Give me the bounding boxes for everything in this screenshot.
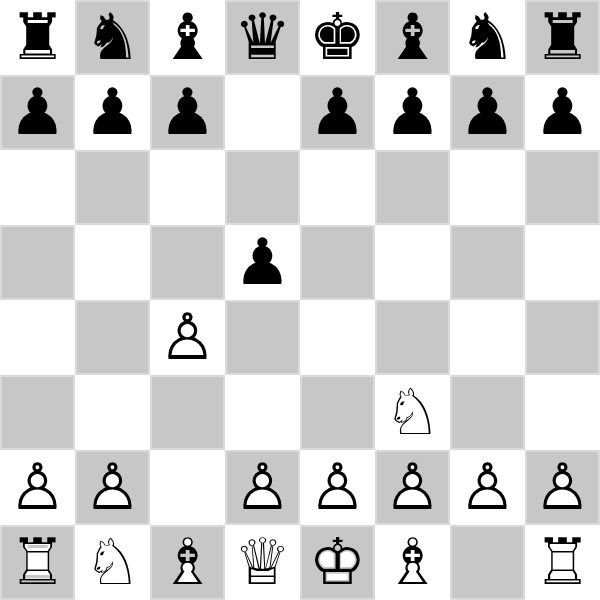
square-g6[interactable] (450, 150, 525, 225)
square-g4[interactable] (450, 300, 525, 375)
square-c1[interactable]: ♝♗ (150, 525, 225, 600)
piece-black-pawn[interactable]: ♟ (525, 75, 600, 150)
square-h5[interactable] (525, 225, 600, 300)
white-piece-outline: ♙ (450, 450, 525, 525)
square-d7[interactable] (225, 75, 300, 150)
piece-white-pawn[interactable]: ♟♙ (75, 450, 150, 525)
square-h8[interactable]: ♜ (525, 0, 600, 75)
piece-black-king[interactable]: ♚ (300, 0, 375, 75)
white-piece-outline: ♗ (150, 525, 225, 600)
piece-black-knight[interactable]: ♞ (75, 0, 150, 75)
square-c4[interactable]: ♟♙ (150, 300, 225, 375)
piece-black-pawn[interactable]: ♟ (0, 75, 75, 150)
piece-black-rook[interactable]: ♜ (525, 0, 600, 75)
square-a1[interactable]: ♜♖ (0, 525, 75, 600)
square-e2[interactable]: ♟♙ (300, 450, 375, 525)
square-b6[interactable] (75, 150, 150, 225)
square-d3[interactable] (225, 375, 300, 450)
square-g8[interactable]: ♞ (450, 0, 525, 75)
piece-black-queen[interactable]: ♛ (225, 0, 300, 75)
square-f7[interactable]: ♟ (375, 75, 450, 150)
square-f6[interactable] (375, 150, 450, 225)
square-f3[interactable]: ♞♘ (375, 375, 450, 450)
square-a2[interactable]: ♟♙ (0, 450, 75, 525)
piece-white-pawn[interactable]: ♟♙ (225, 450, 300, 525)
piece-black-bishop[interactable]: ♝ (150, 0, 225, 75)
square-d5[interactable]: ♟ (225, 225, 300, 300)
square-f5[interactable] (375, 225, 450, 300)
square-b3[interactable] (75, 375, 150, 450)
piece-white-queen[interactable]: ♛♕ (225, 525, 300, 600)
piece-white-knight[interactable]: ♞♘ (375, 375, 450, 450)
square-g3[interactable] (450, 375, 525, 450)
white-piece-outline: ♖ (525, 525, 600, 600)
square-g7[interactable]: ♟ (450, 75, 525, 150)
square-f4[interactable] (375, 300, 450, 375)
white-piece-outline: ♙ (0, 450, 75, 525)
piece-white-rook[interactable]: ♜♖ (525, 525, 600, 600)
square-b4[interactable] (75, 300, 150, 375)
square-d1[interactable]: ♛♕ (225, 525, 300, 600)
white-piece-outline: ♘ (375, 375, 450, 450)
white-piece-outline: ♙ (375, 450, 450, 525)
piece-white-rook[interactable]: ♜♖ (0, 525, 75, 600)
white-piece-outline: ♘ (75, 525, 150, 600)
piece-white-bishop[interactable]: ♝♗ (150, 525, 225, 600)
square-b8[interactable]: ♞ (75, 0, 150, 75)
white-piece-outline: ♙ (150, 300, 225, 375)
square-c7[interactable]: ♟ (150, 75, 225, 150)
chess-board: ♜♞♝♛♚♝♞♜♟♟♟♟♟♟♟♟♟♙♞♘♟♙♟♙♟♙♟♙♟♙♟♙♟♙♜♖♞♘♝♗… (0, 0, 600, 600)
square-a6[interactable] (0, 150, 75, 225)
white-piece-outline: ♙ (75, 450, 150, 525)
piece-white-pawn[interactable]: ♟♙ (300, 450, 375, 525)
square-a7[interactable]: ♟ (0, 75, 75, 150)
square-h7[interactable]: ♟ (525, 75, 600, 150)
square-f8[interactable]: ♝ (375, 0, 450, 75)
square-c8[interactable]: ♝ (150, 0, 225, 75)
square-c5[interactable] (150, 225, 225, 300)
piece-black-knight[interactable]: ♞ (450, 0, 525, 75)
piece-black-pawn[interactable]: ♟ (300, 75, 375, 150)
square-g1[interactable] (450, 525, 525, 600)
piece-black-pawn[interactable]: ♟ (150, 75, 225, 150)
piece-black-pawn[interactable]: ♟ (450, 75, 525, 150)
square-b1[interactable]: ♞♘ (75, 525, 150, 600)
square-b2[interactable]: ♟♙ (75, 450, 150, 525)
white-piece-outline: ♗ (375, 525, 450, 600)
square-e4[interactable] (300, 300, 375, 375)
white-piece-outline: ♙ (225, 450, 300, 525)
square-c6[interactable] (150, 150, 225, 225)
square-b5[interactable] (75, 225, 150, 300)
square-e7[interactable]: ♟ (300, 75, 375, 150)
square-h3[interactable] (525, 375, 600, 450)
piece-white-pawn[interactable]: ♟♙ (150, 300, 225, 375)
white-piece-outline: ♔ (300, 525, 375, 600)
piece-white-pawn[interactable]: ♟♙ (0, 450, 75, 525)
piece-black-pawn[interactable]: ♟ (375, 75, 450, 150)
square-a3[interactable] (0, 375, 75, 450)
piece-white-king[interactable]: ♚♔ (300, 525, 375, 600)
square-a4[interactable] (0, 300, 75, 375)
square-h1[interactable]: ♜♖ (525, 525, 600, 600)
square-f1[interactable]: ♝♗ (375, 525, 450, 600)
piece-black-bishop[interactable]: ♝ (375, 0, 450, 75)
white-piece-outline: ♕ (225, 525, 300, 600)
piece-white-knight[interactable]: ♞♘ (75, 525, 150, 600)
square-e5[interactable] (300, 225, 375, 300)
square-g5[interactable] (450, 225, 525, 300)
square-h2[interactable]: ♟♙ (525, 450, 600, 525)
white-piece-outline: ♙ (300, 450, 375, 525)
square-b7[interactable]: ♟ (75, 75, 150, 150)
square-a8[interactable]: ♜ (0, 0, 75, 75)
white-piece-outline: ♙ (525, 450, 600, 525)
square-d4[interactable] (225, 300, 300, 375)
piece-white-pawn[interactable]: ♟♙ (375, 450, 450, 525)
square-c2[interactable] (150, 450, 225, 525)
square-e1[interactable]: ♚♔ (300, 525, 375, 600)
piece-white-bishop[interactable]: ♝♗ (375, 525, 450, 600)
square-d2[interactable]: ♟♙ (225, 450, 300, 525)
square-e3[interactable] (300, 375, 375, 450)
square-h6[interactable] (525, 150, 600, 225)
piece-white-pawn[interactable]: ♟♙ (525, 450, 600, 525)
square-d8[interactable]: ♛ (225, 0, 300, 75)
square-h4[interactable] (525, 300, 600, 375)
square-g2[interactable]: ♟♙ (450, 450, 525, 525)
piece-white-pawn[interactable]: ♟♙ (450, 450, 525, 525)
white-piece-outline: ♖ (0, 525, 75, 600)
piece-black-pawn[interactable]: ♟ (225, 225, 300, 300)
piece-black-rook[interactable]: ♜ (0, 0, 75, 75)
square-e8[interactable]: ♚ (300, 0, 375, 75)
piece-black-pawn[interactable]: ♟ (75, 75, 150, 150)
square-c3[interactable] (150, 375, 225, 450)
square-a5[interactable] (0, 225, 75, 300)
square-f2[interactable]: ♟♙ (375, 450, 450, 525)
square-e6[interactable] (300, 150, 375, 225)
square-d6[interactable] (225, 150, 300, 225)
